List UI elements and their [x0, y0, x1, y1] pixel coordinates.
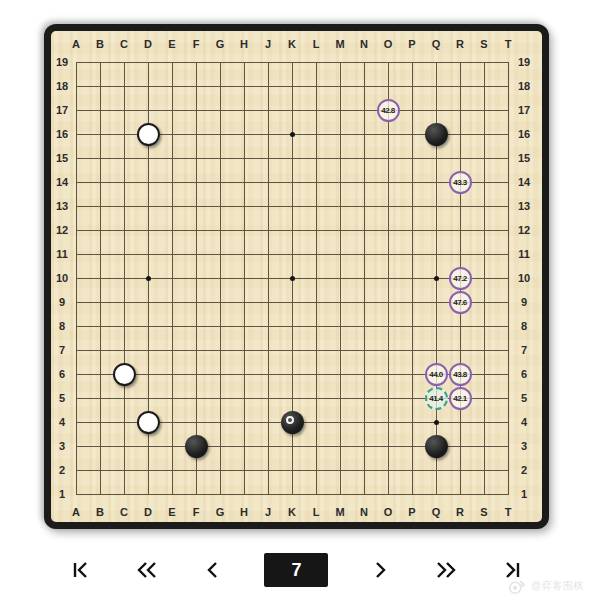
intersection-D19[interactable]	[136, 50, 160, 74]
intersection-J17[interactable]	[256, 98, 280, 122]
intersection-O18[interactable]	[376, 74, 400, 98]
intersection-N19[interactable]	[352, 50, 376, 74]
winrate-suggestion-R6[interactable]: 43.8	[449, 363, 472, 386]
intersection-G13[interactable]	[208, 194, 232, 218]
intersection-Q5[interactable]: 41.4	[424, 386, 448, 410]
intersection-J9[interactable]	[256, 290, 280, 314]
intersection-F12[interactable]	[184, 218, 208, 242]
fast-forward-button[interactable]	[431, 555, 461, 585]
intersection-D2[interactable]	[136, 458, 160, 482]
intersection-J1[interactable]	[256, 482, 280, 506]
intersection-S3[interactable]	[472, 434, 496, 458]
intersection-M6[interactable]	[328, 362, 352, 386]
intersection-T4[interactable]	[496, 410, 520, 434]
fast-backward-button[interactable]	[132, 555, 162, 585]
intersection-R4[interactable]	[448, 410, 472, 434]
intersection-O16[interactable]	[376, 122, 400, 146]
intersection-S13[interactable]	[472, 194, 496, 218]
intersection-E3[interactable]	[160, 434, 184, 458]
intersection-L18[interactable]	[304, 74, 328, 98]
intersection-O9[interactable]	[376, 290, 400, 314]
intersection-L7[interactable]	[304, 338, 328, 362]
intersection-L14[interactable]	[304, 170, 328, 194]
intersection-N13[interactable]	[352, 194, 376, 218]
intersection-J19[interactable]	[256, 50, 280, 74]
intersection-F1[interactable]	[184, 482, 208, 506]
step-forward-button[interactable]	[365, 555, 395, 585]
intersection-M5[interactable]	[328, 386, 352, 410]
intersection-S9[interactable]	[472, 290, 496, 314]
step-back-button[interactable]	[198, 555, 228, 585]
intersection-R9[interactable]: 47.6	[448, 290, 472, 314]
intersection-K11[interactable]	[280, 242, 304, 266]
intersection-A6[interactable]	[64, 362, 88, 386]
intersection-D13[interactable]	[136, 194, 160, 218]
intersection-G16[interactable]	[208, 122, 232, 146]
intersection-P2[interactable]	[400, 458, 424, 482]
intersection-Q15[interactable]	[424, 146, 448, 170]
intersection-F7[interactable]	[184, 338, 208, 362]
intersection-H3[interactable]	[232, 434, 256, 458]
intersection-Q12[interactable]	[424, 218, 448, 242]
intersection-F5[interactable]	[184, 386, 208, 410]
intersection-D12[interactable]	[136, 218, 160, 242]
intersection-F10[interactable]	[184, 266, 208, 290]
intersection-L15[interactable]	[304, 146, 328, 170]
intersection-B10[interactable]	[88, 266, 112, 290]
intersection-E6[interactable]	[160, 362, 184, 386]
intersection-M9[interactable]	[328, 290, 352, 314]
intersection-F9[interactable]	[184, 290, 208, 314]
intersection-D3[interactable]	[136, 434, 160, 458]
intersection-G7[interactable]	[208, 338, 232, 362]
intersection-H17[interactable]	[232, 98, 256, 122]
intersection-S7[interactable]	[472, 338, 496, 362]
intersection-J7[interactable]	[256, 338, 280, 362]
intersection-R17[interactable]	[448, 98, 472, 122]
intersection-N2[interactable]	[352, 458, 376, 482]
intersection-Q14[interactable]	[424, 170, 448, 194]
intersection-A3[interactable]	[64, 434, 88, 458]
intersection-N4[interactable]	[352, 410, 376, 434]
intersection-L5[interactable]	[304, 386, 328, 410]
intersection-G2[interactable]	[208, 458, 232, 482]
intersection-O5[interactable]	[376, 386, 400, 410]
intersection-B18[interactable]	[88, 74, 112, 98]
intersection-P7[interactable]	[400, 338, 424, 362]
intersection-E9[interactable]	[160, 290, 184, 314]
intersection-L13[interactable]	[304, 194, 328, 218]
intersection-A16[interactable]	[64, 122, 88, 146]
intersection-R7[interactable]	[448, 338, 472, 362]
intersection-B9[interactable]	[88, 290, 112, 314]
intersection-G1[interactable]	[208, 482, 232, 506]
step-first-button[interactable]	[66, 555, 96, 585]
winrate-suggestion-Q6[interactable]: 44.0	[425, 363, 448, 386]
intersection-T2[interactable]	[496, 458, 520, 482]
intersection-E10[interactable]	[160, 266, 184, 290]
intersection-R14[interactable]: 43.3	[448, 170, 472, 194]
intersection-K15[interactable]	[280, 146, 304, 170]
intersection-D15[interactable]	[136, 146, 160, 170]
intersection-Q8[interactable]	[424, 314, 448, 338]
intersection-O1[interactable]	[376, 482, 400, 506]
intersection-T6[interactable]	[496, 362, 520, 386]
intersection-T18[interactable]	[496, 74, 520, 98]
intersection-H13[interactable]	[232, 194, 256, 218]
intersection-N6[interactable]	[352, 362, 376, 386]
winrate-suggestion-R5[interactable]: 42.1	[449, 387, 472, 410]
intersection-S18[interactable]	[472, 74, 496, 98]
intersection-C16[interactable]	[112, 122, 136, 146]
intersection-H6[interactable]	[232, 362, 256, 386]
intersection-T17[interactable]	[496, 98, 520, 122]
intersection-D16[interactable]	[136, 122, 160, 146]
intersection-A17[interactable]	[64, 98, 88, 122]
intersection-C19[interactable]	[112, 50, 136, 74]
intersection-O10[interactable]	[376, 266, 400, 290]
intersection-N11[interactable]	[352, 242, 376, 266]
intersection-R11[interactable]	[448, 242, 472, 266]
intersection-K1[interactable]	[280, 482, 304, 506]
intersection-B2[interactable]	[88, 458, 112, 482]
intersection-S6[interactable]	[472, 362, 496, 386]
intersection-Q19[interactable]	[424, 50, 448, 74]
intersection-F18[interactable]	[184, 74, 208, 98]
intersection-P12[interactable]	[400, 218, 424, 242]
intersection-S10[interactable]	[472, 266, 496, 290]
intersection-L19[interactable]	[304, 50, 328, 74]
intersection-C9[interactable]	[112, 290, 136, 314]
intersection-P13[interactable]	[400, 194, 424, 218]
intersection-S19[interactable]	[472, 50, 496, 74]
intersection-R16[interactable]	[448, 122, 472, 146]
intersection-T8[interactable]	[496, 314, 520, 338]
intersection-A12[interactable]	[64, 218, 88, 242]
intersection-G11[interactable]	[208, 242, 232, 266]
intersection-D14[interactable]	[136, 170, 160, 194]
intersection-T12[interactable]	[496, 218, 520, 242]
intersection-D5[interactable]	[136, 386, 160, 410]
intersection-R8[interactable]	[448, 314, 472, 338]
intersection-P9[interactable]	[400, 290, 424, 314]
intersection-K19[interactable]	[280, 50, 304, 74]
intersection-N15[interactable]	[352, 146, 376, 170]
intersection-Q18[interactable]	[424, 74, 448, 98]
intersection-O6[interactable]	[376, 362, 400, 386]
intersection-D10[interactable]	[136, 266, 160, 290]
intersection-K7[interactable]	[280, 338, 304, 362]
intersection-J3[interactable]	[256, 434, 280, 458]
intersection-H9[interactable]	[232, 290, 256, 314]
intersection-J12[interactable]	[256, 218, 280, 242]
intersection-P5[interactable]	[400, 386, 424, 410]
intersection-J13[interactable]	[256, 194, 280, 218]
intersection-H15[interactable]	[232, 146, 256, 170]
intersection-H19[interactable]	[232, 50, 256, 74]
intersection-N18[interactable]	[352, 74, 376, 98]
winrate-suggestion-Q5[interactable]: 41.4	[425, 387, 448, 410]
intersection-N17[interactable]	[352, 98, 376, 122]
intersection-T5[interactable]	[496, 386, 520, 410]
winrate-suggestion-R14[interactable]: 43.3	[449, 171, 472, 194]
intersection-E8[interactable]	[160, 314, 184, 338]
intersection-B12[interactable]	[88, 218, 112, 242]
intersection-O2[interactable]	[376, 458, 400, 482]
intersection-H4[interactable]	[232, 410, 256, 434]
intersection-F11[interactable]	[184, 242, 208, 266]
intersection-J5[interactable]	[256, 386, 280, 410]
intersection-J10[interactable]	[256, 266, 280, 290]
intersection-E13[interactable]	[160, 194, 184, 218]
intersection-B16[interactable]	[88, 122, 112, 146]
intersection-T9[interactable]	[496, 290, 520, 314]
intersection-C11[interactable]	[112, 242, 136, 266]
intersection-R1[interactable]	[448, 482, 472, 506]
intersection-C17[interactable]	[112, 98, 136, 122]
intersection-M18[interactable]	[328, 74, 352, 98]
intersection-A5[interactable]	[64, 386, 88, 410]
intersection-L4[interactable]	[304, 410, 328, 434]
intersection-O13[interactable]	[376, 194, 400, 218]
intersection-P15[interactable]	[400, 146, 424, 170]
intersection-J11[interactable]	[256, 242, 280, 266]
intersection-J15[interactable]	[256, 146, 280, 170]
intersection-K8[interactable]	[280, 314, 304, 338]
intersection-H1[interactable]	[232, 482, 256, 506]
intersection-E5[interactable]	[160, 386, 184, 410]
intersection-K10[interactable]	[280, 266, 304, 290]
intersection-F19[interactable]	[184, 50, 208, 74]
intersection-A14[interactable]	[64, 170, 88, 194]
intersection-B11[interactable]	[88, 242, 112, 266]
intersection-E14[interactable]	[160, 170, 184, 194]
intersection-B4[interactable]	[88, 410, 112, 434]
intersection-H12[interactable]	[232, 218, 256, 242]
intersection-R6[interactable]: 43.8	[448, 362, 472, 386]
intersection-M4[interactable]	[328, 410, 352, 434]
intersection-C15[interactable]	[112, 146, 136, 170]
intersection-F3[interactable]	[184, 434, 208, 458]
intersection-K3[interactable]	[280, 434, 304, 458]
intersection-T10[interactable]	[496, 266, 520, 290]
intersection-H11[interactable]	[232, 242, 256, 266]
intersection-Q13[interactable]	[424, 194, 448, 218]
intersection-B7[interactable]	[88, 338, 112, 362]
intersection-P1[interactable]	[400, 482, 424, 506]
intersection-O17[interactable]: 42.8	[376, 98, 400, 122]
intersection-M14[interactable]	[328, 170, 352, 194]
intersection-G3[interactable]	[208, 434, 232, 458]
intersection-B3[interactable]	[88, 434, 112, 458]
intersection-R18[interactable]	[448, 74, 472, 98]
intersection-S12[interactable]	[472, 218, 496, 242]
intersection-P17[interactable]	[400, 98, 424, 122]
intersection-T11[interactable]	[496, 242, 520, 266]
intersection-J8[interactable]	[256, 314, 280, 338]
intersection-O4[interactable]	[376, 410, 400, 434]
intersection-D7[interactable]	[136, 338, 160, 362]
intersection-M8[interactable]	[328, 314, 352, 338]
intersection-B13[interactable]	[88, 194, 112, 218]
intersection-J16[interactable]	[256, 122, 280, 146]
intersection-G15[interactable]	[208, 146, 232, 170]
intersection-N10[interactable]	[352, 266, 376, 290]
intersection-A19[interactable]	[64, 50, 88, 74]
intersection-A9[interactable]	[64, 290, 88, 314]
intersection-G4[interactable]	[208, 410, 232, 434]
intersection-L10[interactable]	[304, 266, 328, 290]
intersection-C4[interactable]	[112, 410, 136, 434]
intersection-R12[interactable]	[448, 218, 472, 242]
intersection-H18[interactable]	[232, 74, 256, 98]
intersection-F2[interactable]	[184, 458, 208, 482]
intersection-D1[interactable]	[136, 482, 160, 506]
intersection-S2[interactable]	[472, 458, 496, 482]
intersection-R2[interactable]	[448, 458, 472, 482]
intersection-B5[interactable]	[88, 386, 112, 410]
intersection-N16[interactable]	[352, 122, 376, 146]
intersection-F14[interactable]	[184, 170, 208, 194]
intersection-R10[interactable]: 47.2	[448, 266, 472, 290]
intersection-E17[interactable]	[160, 98, 184, 122]
intersection-L6[interactable]	[304, 362, 328, 386]
intersection-C5[interactable]	[112, 386, 136, 410]
intersection-F16[interactable]	[184, 122, 208, 146]
intersection-S14[interactable]	[472, 170, 496, 194]
intersection-A1[interactable]	[64, 482, 88, 506]
intersection-M3[interactable]	[328, 434, 352, 458]
intersection-G5[interactable]	[208, 386, 232, 410]
intersection-C1[interactable]	[112, 482, 136, 506]
intersection-B15[interactable]	[88, 146, 112, 170]
intersection-Q16[interactable]	[424, 122, 448, 146]
intersection-B19[interactable]	[88, 50, 112, 74]
intersection-C6[interactable]	[112, 362, 136, 386]
intersection-O7[interactable]	[376, 338, 400, 362]
intersection-G10[interactable]	[208, 266, 232, 290]
intersection-M13[interactable]	[328, 194, 352, 218]
intersection-P19[interactable]	[400, 50, 424, 74]
intersection-L9[interactable]	[304, 290, 328, 314]
intersection-L12[interactable]	[304, 218, 328, 242]
intersection-A15[interactable]	[64, 146, 88, 170]
intersection-M19[interactable]	[328, 50, 352, 74]
intersection-O8[interactable]	[376, 314, 400, 338]
intersection-T13[interactable]	[496, 194, 520, 218]
intersection-M2[interactable]	[328, 458, 352, 482]
intersection-K14[interactable]	[280, 170, 304, 194]
intersection-N5[interactable]	[352, 386, 376, 410]
intersection-K12[interactable]	[280, 218, 304, 242]
intersection-A13[interactable]	[64, 194, 88, 218]
intersection-C13[interactable]	[112, 194, 136, 218]
intersection-M16[interactable]	[328, 122, 352, 146]
intersection-S4[interactable]	[472, 410, 496, 434]
intersection-S16[interactable]	[472, 122, 496, 146]
intersection-R5[interactable]: 42.1	[448, 386, 472, 410]
intersection-L3[interactable]	[304, 434, 328, 458]
intersection-A10[interactable]	[64, 266, 88, 290]
intersection-P10[interactable]	[400, 266, 424, 290]
intersection-T3[interactable]	[496, 434, 520, 458]
intersection-G12[interactable]	[208, 218, 232, 242]
intersection-R19[interactable]	[448, 50, 472, 74]
intersection-D6[interactable]	[136, 362, 160, 386]
intersection-G8[interactable]	[208, 314, 232, 338]
intersection-Q1[interactable]	[424, 482, 448, 506]
intersection-M7[interactable]	[328, 338, 352, 362]
intersection-F8[interactable]	[184, 314, 208, 338]
intersection-K5[interactable]	[280, 386, 304, 410]
intersection-B8[interactable]	[88, 314, 112, 338]
intersection-P14[interactable]	[400, 170, 424, 194]
intersection-H7[interactable]	[232, 338, 256, 362]
intersection-T7[interactable]	[496, 338, 520, 362]
intersection-H16[interactable]	[232, 122, 256, 146]
intersection-E12[interactable]	[160, 218, 184, 242]
intersection-E1[interactable]	[160, 482, 184, 506]
intersection-M10[interactable]	[328, 266, 352, 290]
intersection-K18[interactable]	[280, 74, 304, 98]
intersection-K6[interactable]	[280, 362, 304, 386]
intersection-Q4[interactable]	[424, 410, 448, 434]
intersection-L2[interactable]	[304, 458, 328, 482]
intersection-O19[interactable]	[376, 50, 400, 74]
intersection-Q6[interactable]: 44.0	[424, 362, 448, 386]
intersection-S17[interactable]	[472, 98, 496, 122]
winrate-suggestion-R10[interactable]: 47.2	[449, 267, 472, 290]
intersection-F13[interactable]	[184, 194, 208, 218]
intersection-F15[interactable]	[184, 146, 208, 170]
intersection-K17[interactable]	[280, 98, 304, 122]
intersection-G9[interactable]	[208, 290, 232, 314]
intersection-N8[interactable]	[352, 314, 376, 338]
intersection-N3[interactable]	[352, 434, 376, 458]
intersection-O15[interactable]	[376, 146, 400, 170]
intersection-B6[interactable]	[88, 362, 112, 386]
intersection-A11[interactable]	[64, 242, 88, 266]
intersection-R15[interactable]	[448, 146, 472, 170]
intersection-B14[interactable]	[88, 170, 112, 194]
intersection-K13[interactable]	[280, 194, 304, 218]
intersection-C8[interactable]	[112, 314, 136, 338]
intersection-C18[interactable]	[112, 74, 136, 98]
intersection-E7[interactable]	[160, 338, 184, 362]
intersection-O3[interactable]	[376, 434, 400, 458]
intersection-B17[interactable]	[88, 98, 112, 122]
intersection-G18[interactable]	[208, 74, 232, 98]
intersection-N7[interactable]	[352, 338, 376, 362]
intersection-E4[interactable]	[160, 410, 184, 434]
intersection-N12[interactable]	[352, 218, 376, 242]
intersection-P3[interactable]	[400, 434, 424, 458]
intersection-O11[interactable]	[376, 242, 400, 266]
winrate-suggestion-R9[interactable]: 47.6	[449, 291, 472, 314]
intersection-Q9[interactable]	[424, 290, 448, 314]
intersection-C12[interactable]	[112, 218, 136, 242]
intersection-Q7[interactable]	[424, 338, 448, 362]
intersection-J14[interactable]	[256, 170, 280, 194]
intersection-M15[interactable]	[328, 146, 352, 170]
intersection-H14[interactable]	[232, 170, 256, 194]
intersection-E16[interactable]	[160, 122, 184, 146]
intersection-R3[interactable]	[448, 434, 472, 458]
intersection-F17[interactable]	[184, 98, 208, 122]
intersection-D17[interactable]	[136, 98, 160, 122]
intersection-T19[interactable]	[496, 50, 520, 74]
intersection-P11[interactable]	[400, 242, 424, 266]
